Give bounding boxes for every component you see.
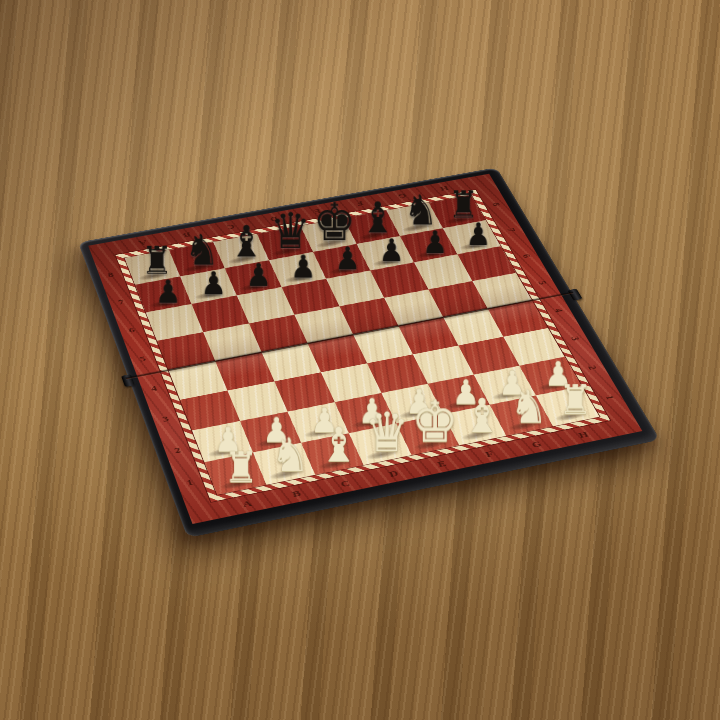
black-pawn-e7: ♟: [334, 243, 360, 273]
board-border: ♜♞♝♛♚♝♞♜♟♟♟♟♟♟♟♟♟♟♟♟♟♟♟♟♜♞♝♛♚♝♞♜ ABCDEFG…: [88, 174, 642, 524]
white-rook-h1: ♜: [558, 381, 592, 420]
square-b6: [192, 295, 249, 332]
hinge-right-icon: [567, 288, 582, 300]
dashed-trim: ♜♞♝♛♚♝♞♜♟♟♟♟♟♟♟♟♟♟♟♟♟♟♟♟♜♞♝♛♚♝♞♜: [114, 189, 611, 503]
square-h4: [488, 300, 548, 337]
square-c5: [249, 315, 308, 352]
black-pawn-f7: ♟: [378, 235, 404, 265]
black-pawn-d7: ♟: [290, 251, 316, 281]
square-c4: [262, 343, 321, 381]
black-pawn-b7: ♟: [200, 268, 226, 298]
black-pawn-c7: ♟: [245, 260, 271, 290]
hinge-left-icon: [121, 374, 135, 387]
white-knight-b1: ♞: [271, 434, 310, 478]
white-bishop-f1: ♝: [462, 394, 501, 439]
board-frame: ♜♞♝♛♚♝♞♜♟♟♟♟♟♟♟♟♟♟♟♟♟♟♟♟♜♞♝♛♚♝♞♜ ABCDEFG…: [78, 167, 660, 537]
black-pawn-g7: ♟: [422, 227, 448, 257]
white-rook-a1: ♜: [224, 448, 259, 488]
white-king-e1: ♚: [411, 394, 459, 448]
white-bishop-c1: ♝: [319, 423, 358, 468]
black-pawn-a7: ♟: [155, 276, 182, 306]
black-pawn-h7: ♟: [465, 219, 491, 249]
chess-board: ♜♞♝♛♚♝♞♜♟♟♟♟♟♟♟♟♟♟♟♟♟♟♟♟♜♞♝♛♚♝♞♜ ABCDEFG…: [78, 167, 660, 537]
board-grid: ♜♞♝♛♚♝♞♜♟♟♟♟♟♟♟♟♟♟♟♟♟♟♟♟♜♞♝♛♚♝♞♜: [124, 195, 601, 496]
white-knight-g1: ♞: [510, 386, 548, 429]
white-queen-d1: ♛: [364, 407, 409, 459]
table-photo: ♜♞♝♛♚♝♞♜♟♟♟♟♟♟♟♟♟♟♟♟♟♟♟♟♜♞♝♛♚♝♞♜ ABCDEFG…: [0, 0, 720, 720]
square-f4: [398, 317, 458, 354]
